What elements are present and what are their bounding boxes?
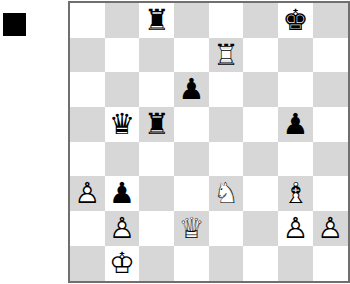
square-g8[interactable]: ♚: [278, 3, 313, 38]
square-c1[interactable]: [139, 246, 174, 281]
piece-black-rook[interactable]: ♜: [144, 110, 170, 139]
square-c3[interactable]: [139, 176, 174, 211]
piece-white-bishop[interactable]: ♗: [282, 179, 308, 208]
square-e3[interactable]: ♘: [209, 176, 244, 211]
chess-diagram: ♜♚♖♟♛♜♟♙♟♘♗♙♕♙♙♔: [0, 0, 350, 284]
piece-white-queen[interactable]: ♕: [178, 214, 204, 243]
square-f6[interactable]: [243, 72, 278, 107]
square-h5[interactable]: [313, 107, 348, 142]
piece-white-knight[interactable]: ♘: [213, 179, 239, 208]
square-d8[interactable]: [174, 3, 209, 38]
square-a7[interactable]: [70, 38, 105, 73]
piece-white-pawn[interactable]: ♙: [317, 214, 343, 243]
square-c2[interactable]: [139, 211, 174, 246]
square-h2[interactable]: ♙: [313, 211, 348, 246]
square-f5[interactable]: [243, 107, 278, 142]
piece-black-rook[interactable]: ♜: [144, 6, 170, 35]
square-c6[interactable]: [139, 72, 174, 107]
chess-board: ♜♚♖♟♛♜♟♙♟♘♗♙♕♙♙♔: [68, 1, 350, 283]
square-f8[interactable]: [243, 3, 278, 38]
square-g3[interactable]: ♗: [278, 176, 313, 211]
square-c4[interactable]: [139, 142, 174, 177]
piece-black-king[interactable]: ♚: [282, 6, 308, 35]
square-a1[interactable]: [70, 246, 105, 281]
square-g2[interactable]: ♙: [278, 211, 313, 246]
square-b4[interactable]: [105, 142, 140, 177]
square-g1[interactable]: [278, 246, 313, 281]
piece-black-queen[interactable]: ♛: [109, 110, 135, 139]
square-h4[interactable]: [313, 142, 348, 177]
square-h7[interactable]: [313, 38, 348, 73]
square-c7[interactable]: [139, 38, 174, 73]
square-c5[interactable]: ♜: [139, 107, 174, 142]
piece-white-king[interactable]: ♔: [109, 249, 135, 278]
square-d2[interactable]: ♕: [174, 211, 209, 246]
square-a3[interactable]: ♙: [70, 176, 105, 211]
piece-white-rook[interactable]: ♖: [213, 41, 239, 70]
square-d5[interactable]: [174, 107, 209, 142]
square-g6[interactable]: [278, 72, 313, 107]
square-f3[interactable]: [243, 176, 278, 211]
square-g5[interactable]: ♟: [278, 107, 313, 142]
square-d3[interactable]: [174, 176, 209, 211]
square-f2[interactable]: [243, 211, 278, 246]
square-g7[interactable]: [278, 38, 313, 73]
square-b6[interactable]: [105, 72, 140, 107]
square-d6[interactable]: ♟: [174, 72, 209, 107]
square-a2[interactable]: [70, 211, 105, 246]
square-h6[interactable]: [313, 72, 348, 107]
square-f1[interactable]: [243, 246, 278, 281]
square-d7[interactable]: [174, 38, 209, 73]
black-to-move-indicator: [3, 13, 26, 36]
square-e7[interactable]: ♖: [209, 38, 244, 73]
square-b5[interactable]: ♛: [105, 107, 140, 142]
square-d1[interactable]: [174, 246, 209, 281]
square-h3[interactable]: [313, 176, 348, 211]
square-h8[interactable]: [313, 3, 348, 38]
square-b7[interactable]: [105, 38, 140, 73]
square-e5[interactable]: [209, 107, 244, 142]
piece-white-pawn[interactable]: ♙: [109, 214, 135, 243]
square-a6[interactable]: [70, 72, 105, 107]
square-a4[interactable]: [70, 142, 105, 177]
piece-black-pawn[interactable]: ♟: [109, 179, 135, 208]
square-b8[interactable]: [105, 3, 140, 38]
square-e4[interactable]: [209, 142, 244, 177]
square-b2[interactable]: ♙: [105, 211, 140, 246]
square-e8[interactable]: [209, 3, 244, 38]
piece-white-pawn[interactable]: ♙: [282, 214, 308, 243]
square-h1[interactable]: [313, 246, 348, 281]
piece-black-pawn[interactable]: ♟: [178, 75, 204, 104]
square-e1[interactable]: [209, 246, 244, 281]
piece-black-pawn[interactable]: ♟: [282, 110, 308, 139]
square-b3[interactable]: ♟: [105, 176, 140, 211]
square-a5[interactable]: [70, 107, 105, 142]
square-f4[interactable]: [243, 142, 278, 177]
square-e2[interactable]: [209, 211, 244, 246]
square-b1[interactable]: ♔: [105, 246, 140, 281]
square-f7[interactable]: [243, 38, 278, 73]
square-e6[interactable]: [209, 72, 244, 107]
square-d4[interactable]: [174, 142, 209, 177]
piece-white-pawn[interactable]: ♙: [74, 179, 100, 208]
square-g4[interactable]: [278, 142, 313, 177]
square-a8[interactable]: [70, 3, 105, 38]
square-c8[interactable]: ♜: [139, 3, 174, 38]
